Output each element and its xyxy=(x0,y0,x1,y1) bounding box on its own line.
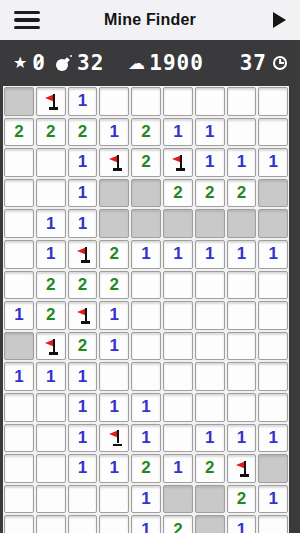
cell-r4c3[interactable]: 1 xyxy=(68,179,98,208)
cell-r11c6[interactable] xyxy=(163,393,193,422)
cell-r1c7[interactable] xyxy=(195,87,225,116)
cell-r13c1[interactable] xyxy=(4,454,34,483)
cell-r15c9[interactable] xyxy=(258,515,288,533)
top-nav-bar: Mine Finder xyxy=(0,0,300,40)
cell-r8c9[interactable] xyxy=(258,301,288,330)
cell-r14c2[interactable] xyxy=(36,485,66,514)
hamburger-menu-icon[interactable] xyxy=(14,11,40,29)
cell-r7c9[interactable] xyxy=(258,271,288,300)
cell-r10c3[interactable]: 1 xyxy=(68,362,98,391)
cell-r15c1[interactable] xyxy=(4,515,34,533)
cell-r14c5[interactable]: 1 xyxy=(131,485,161,514)
clock-icon xyxy=(273,56,287,70)
cell-r2c8[interactable] xyxy=(227,118,257,147)
cell-r4c4[interactable] xyxy=(99,179,129,208)
cell-r6c6[interactable]: 1 xyxy=(163,240,193,269)
cell-r5c1[interactable] xyxy=(4,209,34,238)
flag-icon xyxy=(234,460,249,477)
cell-r11c9[interactable] xyxy=(258,393,288,422)
cell-r9c9[interactable] xyxy=(258,332,288,361)
cell-r9c3[interactable]: 2 xyxy=(68,332,98,361)
cell-r6c5[interactable]: 1 xyxy=(131,240,161,269)
cell-r11c2[interactable] xyxy=(36,393,66,422)
cell-r10c8[interactable] xyxy=(227,362,257,391)
cell-r7c1[interactable] xyxy=(4,271,34,300)
cell-r12c1[interactable] xyxy=(4,424,34,453)
cell-r15c7[interactable] xyxy=(195,515,225,533)
cell-r13c8[interactable] xyxy=(227,454,257,483)
cell-r1c6[interactable] xyxy=(163,87,193,116)
flag-icon xyxy=(43,338,58,355)
cell-r13c2[interactable] xyxy=(36,454,66,483)
cell-r13c9[interactable] xyxy=(258,454,288,483)
cell-r4c5[interactable] xyxy=(131,179,161,208)
cell-r8c6[interactable] xyxy=(163,301,193,330)
cell-r12c7[interactable]: 1 xyxy=(195,424,225,453)
cell-r15c4[interactable] xyxy=(99,515,129,533)
cell-r10c1[interactable]: 1 xyxy=(4,362,34,391)
cell-r2c2[interactable]: 2 xyxy=(36,118,66,147)
cell-r8c2[interactable]: 2 xyxy=(36,301,66,330)
page-title: Mine Finder xyxy=(0,11,300,29)
board-background: 1222121112111122211121111122212121111111… xyxy=(0,86,300,533)
cell-r8c1[interactable]: 1 xyxy=(4,301,34,330)
cell-r5c7[interactable] xyxy=(195,209,225,238)
cell-r10c5[interactable] xyxy=(131,362,161,391)
cell-r11c1[interactable] xyxy=(4,393,34,422)
cell-r5c9[interactable] xyxy=(258,209,288,238)
cell-r6c3[interactable] xyxy=(68,240,98,269)
cell-r14c4[interactable] xyxy=(99,485,129,514)
cell-r14c3[interactable] xyxy=(68,485,98,514)
cell-r1c1[interactable] xyxy=(4,87,34,116)
cell-r1c9[interactable] xyxy=(258,87,288,116)
score-value: 1900 xyxy=(149,53,204,74)
flag-icon xyxy=(75,307,90,324)
cell-r12c9[interactable]: 1 xyxy=(258,424,288,453)
cell-r5c6[interactable] xyxy=(163,209,193,238)
cell-r2c6[interactable]: 1 xyxy=(163,118,193,147)
cell-r8c3[interactable] xyxy=(68,301,98,330)
cell-r1c5[interactable] xyxy=(131,87,161,116)
cell-r4c1[interactable] xyxy=(4,179,34,208)
cell-r2c5[interactable]: 2 xyxy=(131,118,161,147)
cell-r5c4[interactable] xyxy=(99,209,129,238)
cell-r4c2[interactable] xyxy=(36,179,66,208)
cell-r4c8[interactable]: 2 xyxy=(227,179,257,208)
cell-r1c2[interactable] xyxy=(36,87,66,116)
cell-r11c8[interactable] xyxy=(227,393,257,422)
flag-icon xyxy=(75,246,90,263)
cell-r6c7[interactable]: 1 xyxy=(195,240,225,269)
cell-r10c6[interactable] xyxy=(163,362,193,391)
cell-r6c2[interactable]: 1 xyxy=(36,240,66,269)
cell-r3c6[interactable] xyxy=(163,148,193,177)
cell-r13c6[interactable]: 1 xyxy=(163,454,193,483)
cell-r12c5[interactable]: 1 xyxy=(131,424,161,453)
cell-r9c8[interactable] xyxy=(227,332,257,361)
cell-r12c4[interactable] xyxy=(99,424,129,453)
cell-r9c5[interactable] xyxy=(131,332,161,361)
cell-r3c9[interactable]: 1 xyxy=(258,148,288,177)
cell-r1c4[interactable] xyxy=(99,87,129,116)
minesweeper-board: 1222121112111122211121111122212121111111… xyxy=(3,86,289,533)
cell-r13c5[interactable]: 2 xyxy=(131,454,161,483)
cell-r10c4[interactable] xyxy=(99,362,129,391)
cell-r9c4[interactable]: 1 xyxy=(99,332,129,361)
cell-r11c7[interactable] xyxy=(195,393,225,422)
cell-r4c7[interactable]: 2 xyxy=(195,179,225,208)
play-icon[interactable] xyxy=(273,12,286,28)
mine-counter: 32 xyxy=(46,53,104,74)
cell-r5c2[interactable]: 1 xyxy=(36,209,66,238)
cell-r3c7[interactable]: 1 xyxy=(195,148,225,177)
cell-r12c2[interactable] xyxy=(36,424,66,453)
cell-r6c1[interactable] xyxy=(4,240,34,269)
cell-r5c5[interactable] xyxy=(131,209,161,238)
cell-r8c7[interactable] xyxy=(195,301,225,330)
cell-r2c1[interactable]: 2 xyxy=(4,118,34,147)
cell-r4c9[interactable] xyxy=(258,179,288,208)
cell-r8c4[interactable]: 1 xyxy=(99,301,129,330)
cell-r2c3[interactable]: 2 xyxy=(68,118,98,147)
cell-r14c9[interactable]: 1 xyxy=(258,485,288,514)
cell-r13c3[interactable]: 1 xyxy=(68,454,98,483)
mines-remaining: 32 xyxy=(77,53,104,74)
cell-r1c3[interactable]: 1 xyxy=(68,87,98,116)
cell-r7c6[interactable] xyxy=(163,271,193,300)
cell-r15c5[interactable]: 1 xyxy=(131,515,161,533)
cell-r13c4[interactable]: 1 xyxy=(99,454,129,483)
flag-icon xyxy=(43,93,58,110)
cell-r3c4[interactable] xyxy=(99,148,129,177)
star-count: 0 xyxy=(32,51,46,75)
cell-r15c2[interactable] xyxy=(36,515,66,533)
cell-r12c8[interactable]: 1 xyxy=(227,424,257,453)
cell-r11c4[interactable]: 1 xyxy=(99,393,129,422)
cell-r6c4[interactable]: 2 xyxy=(99,240,129,269)
star-icon: ★ xyxy=(13,55,27,71)
cell-r7c8[interactable] xyxy=(227,271,257,300)
flag-icon xyxy=(170,154,185,171)
time-value: 37 xyxy=(240,53,267,74)
cell-r10c2[interactable]: 1 xyxy=(36,362,66,391)
cell-r2c9[interactable] xyxy=(258,118,288,147)
cell-r14c8[interactable]: 2 xyxy=(227,485,257,514)
cell-r9c2[interactable] xyxy=(36,332,66,361)
cell-r14c7[interactable] xyxy=(195,485,225,514)
cell-r5c3[interactable]: 1 xyxy=(68,209,98,238)
cell-r9c1[interactable] xyxy=(4,332,34,361)
cell-r15c8[interactable]: 1 xyxy=(227,515,257,533)
cell-r7c2[interactable]: 2 xyxy=(36,271,66,300)
cell-r3c3[interactable]: 1 xyxy=(68,148,98,177)
flag-icon xyxy=(107,429,122,446)
cell-r12c6[interactable] xyxy=(163,424,193,453)
cell-r10c9[interactable] xyxy=(258,362,288,391)
cell-r8c5[interactable] xyxy=(131,301,161,330)
star-counter: ★ 0 xyxy=(13,53,46,74)
cell-r3c8[interactable]: 1 xyxy=(227,148,257,177)
flag-icon xyxy=(107,154,122,171)
cell-r13c7[interactable]: 2 xyxy=(195,454,225,483)
cloud-icon: ☁ xyxy=(128,55,145,72)
cell-r9c7[interactable] xyxy=(195,332,225,361)
cell-r7c3[interactable]: 2 xyxy=(68,271,98,300)
cell-r6c8[interactable]: 1 xyxy=(227,240,257,269)
cell-r15c6[interactable]: 2 xyxy=(163,515,193,533)
cell-r4c6[interactable]: 2 xyxy=(163,179,193,208)
cell-r2c7[interactable]: 1 xyxy=(195,118,225,147)
cell-r15c3[interactable] xyxy=(68,515,98,533)
cell-r11c3[interactable]: 1 xyxy=(68,393,98,422)
bomb-icon xyxy=(56,56,71,71)
cell-r3c1[interactable] xyxy=(4,148,34,177)
cell-r14c1[interactable] xyxy=(4,485,34,514)
cell-r7c4[interactable]: 2 xyxy=(99,271,129,300)
cell-r8c8[interactable] xyxy=(227,301,257,330)
cell-r14c6[interactable] xyxy=(163,485,193,514)
cell-r5c8[interactable] xyxy=(227,209,257,238)
cell-r9c6[interactable] xyxy=(163,332,193,361)
cell-r11c5[interactable]: 1 xyxy=(131,393,161,422)
cell-r7c7[interactable] xyxy=(195,271,225,300)
cell-r3c5[interactable]: 2 xyxy=(131,148,161,177)
cell-r7c5[interactable] xyxy=(131,271,161,300)
cell-r1c8[interactable] xyxy=(227,87,257,116)
cell-r3c2[interactable] xyxy=(36,148,66,177)
cell-r2c4[interactable]: 1 xyxy=(99,118,129,147)
cell-r12c3[interactable]: 1 xyxy=(68,424,98,453)
status-bar: ★ 0 32 ☁ 1900 37 xyxy=(0,40,300,86)
cell-r10c7[interactable] xyxy=(195,362,225,391)
score-counter: ☁ 1900 xyxy=(128,53,204,74)
cell-r6c9[interactable]: 1 xyxy=(258,240,288,269)
timer: 37 xyxy=(240,53,287,74)
